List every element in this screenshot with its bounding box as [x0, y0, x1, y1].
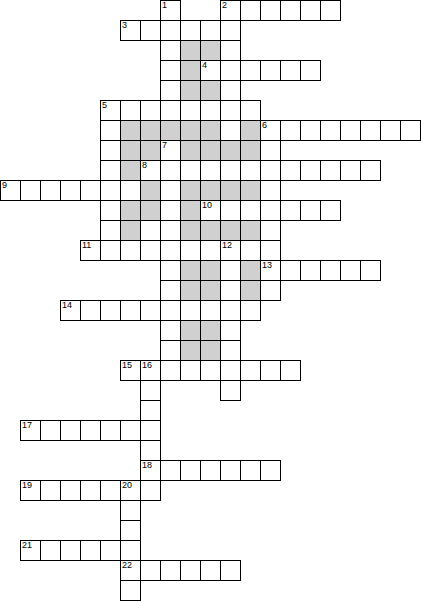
grid-cell-r6-c14[interactable]: [280, 120, 301, 141]
grid-cell-r9-c13[interactable]: [260, 180, 281, 201]
grid-cell-r23-c9[interactable]: [180, 460, 201, 481]
grid-cell-r8-c16[interactable]: [320, 160, 341, 181]
grid-cell-r6-c13[interactable]: 6: [260, 120, 281, 141]
clue-number-20: 20: [122, 481, 132, 490]
shaded-cell-r13-c9: [180, 260, 201, 281]
shaded-cell-r7-c12: [240, 140, 261, 161]
grid-cell-r3-c13[interactable]: [260, 60, 281, 81]
grid-cell-r19-c11[interactable]: [220, 380, 241, 401]
grid-cell-r15-c9[interactable]: [180, 300, 201, 321]
grid-cell-r28-c6[interactable]: 22: [120, 560, 141, 581]
grid-cell-r10-c16[interactable]: [320, 200, 341, 221]
clue-number-12: 12: [222, 241, 232, 250]
grid-cell-r18-c9[interactable]: [180, 360, 201, 381]
grid-cell-r12-c12[interactable]: [240, 240, 261, 261]
clue-number-10: 10: [202, 201, 212, 210]
grid-cell-r24-c5[interactable]: [100, 480, 121, 501]
grid-cell-r21-c1[interactable]: 17: [20, 420, 41, 441]
grid-cell-r4-c8[interactable]: [160, 80, 181, 101]
grid-cell-r8-c7[interactable]: 8: [140, 160, 161, 181]
clue-number-18: 18: [142, 461, 152, 470]
grid-cell-r5-c10[interactable]: [200, 100, 221, 121]
shaded-cell-r7-c7: [140, 140, 161, 161]
shaded-cell-r4-c10: [200, 80, 221, 101]
shaded-cell-r6-c9: [180, 120, 201, 141]
grid-cell-r6-c5[interactable]: [100, 120, 121, 141]
clue-number-5: 5: [102, 101, 107, 110]
grid-cell-r28-c9[interactable]: [180, 560, 201, 581]
grid-cell-r14-c11[interactable]: [220, 280, 241, 301]
grid-cell-r0-c14[interactable]: [280, 0, 301, 21]
grid-cell-r12-c9[interactable]: [180, 240, 201, 261]
grid-cell-r8-c9[interactable]: [180, 160, 201, 181]
grid-cell-r15-c5[interactable]: [100, 300, 121, 321]
grid-cell-r24-c2[interactable]: [40, 480, 61, 501]
grid-cell-r23-c12[interactable]: [240, 460, 261, 481]
grid-cell-r27-c4[interactable]: [80, 540, 101, 561]
grid-cell-r4-c11[interactable]: [220, 80, 241, 101]
shaded-cell-r9-c12: [240, 180, 261, 201]
grid-cell-r21-c5[interactable]: [100, 420, 121, 441]
grid-cell-r8-c10[interactable]: [200, 160, 221, 181]
grid-cell-r8-c8[interactable]: [160, 160, 181, 181]
clue-number-11: 11: [82, 241, 91, 250]
grid-cell-r8-c12[interactable]: [240, 160, 261, 181]
grid-cell-r9-c6[interactable]: [120, 180, 141, 201]
shaded-cell-r7-c6: [120, 140, 141, 161]
shaded-cell-r17-c10: [200, 340, 221, 361]
grid-cell-r5-c12[interactable]: [240, 100, 261, 121]
grid-cell-r12-c11[interactable]: 12: [220, 240, 241, 261]
clue-number-8: 8: [142, 161, 147, 170]
shaded-cell-r6-c7: [140, 120, 161, 141]
shaded-cell-r3-c9: [180, 60, 201, 81]
shaded-cell-r4-c9: [180, 80, 201, 101]
grid-cell-r10-c11[interactable]: [220, 200, 241, 221]
grid-cell-r27-c2[interactable]: [40, 540, 61, 561]
grid-cell-r10-c12[interactable]: [240, 200, 261, 221]
shaded-cell-r16-c9: [180, 320, 201, 341]
grid-cell-r3-c15[interactable]: [300, 60, 321, 81]
grid-cell-r18-c13[interactable]: [260, 360, 281, 381]
grid-cell-r3-c8[interactable]: [160, 60, 181, 81]
grid-cell-r16-c8[interactable]: [160, 320, 181, 341]
grid-cell-r12-c8[interactable]: [160, 240, 181, 261]
shaded-cell-r6-c8: [160, 120, 181, 141]
grid-cell-r10-c5[interactable]: [100, 200, 121, 221]
grid-cell-r28-c7[interactable]: [140, 560, 161, 581]
shaded-cell-r9-c10: [200, 180, 221, 201]
clue-number-22: 22: [122, 561, 132, 570]
grid-cell-r9-c1[interactable]: [20, 180, 41, 201]
grid-cell-r8-c17[interactable]: [340, 160, 361, 181]
grid-cell-r9-c8[interactable]: [160, 180, 181, 201]
grid-cell-r5-c7[interactable]: [140, 100, 161, 121]
grid-cell-r9-c4[interactable]: [80, 180, 101, 201]
grid-cell-r13-c8[interactable]: [160, 260, 181, 281]
shaded-cell-r6-c12: [240, 120, 261, 141]
grid-cell-r1-c6[interactable]: 3: [120, 20, 141, 41]
grid-cell-r2-c8[interactable]: [160, 40, 181, 61]
grid-cell-r15-c4[interactable]: [80, 300, 101, 321]
grid-cell-r28-c8[interactable]: [160, 560, 181, 581]
shaded-cell-r2-c10: [200, 40, 221, 61]
shaded-cell-r11-c9: [180, 220, 201, 241]
grid-cell-r15-c3[interactable]: 14: [60, 300, 81, 321]
shaded-cell-r9-c9: [180, 180, 201, 201]
shaded-cell-r8-c6: [120, 160, 141, 181]
grid-cell-r10-c13[interactable]: [260, 200, 281, 221]
grid-cell-r7-c5[interactable]: [100, 140, 121, 161]
grid-cell-r9-c3[interactable]: [60, 180, 81, 201]
grid-cell-r11-c13[interactable]: [260, 220, 281, 241]
grid-cell-r0-c8[interactable]: 1: [160, 0, 181, 21]
grid-cell-r17-c8[interactable]: [160, 340, 181, 361]
shaded-cell-r14-c9: [180, 280, 201, 301]
grid-cell-r8-c13[interactable]: [260, 160, 281, 181]
grid-cell-r8-c5[interactable]: [100, 160, 121, 181]
grid-cell-r23-c7[interactable]: 18: [140, 460, 161, 481]
grid-cell-r7-c8[interactable]: 7: [160, 140, 181, 161]
shaded-cell-r9-c11: [220, 180, 241, 201]
grid-cell-r23-c8[interactable]: [160, 460, 181, 481]
grid-cell-r6-c18[interactable]: [360, 120, 381, 141]
grid-cell-r21-c6[interactable]: [120, 420, 141, 441]
grid-cell-r15-c6[interactable]: [120, 300, 141, 321]
grid-cell-r25-c6[interactable]: [120, 500, 141, 521]
grid-cell-r21-c3[interactable]: [60, 420, 81, 441]
grid-cell-r17-c11[interactable]: [220, 340, 241, 361]
grid-cell-r23-c13[interactable]: [260, 460, 281, 481]
grid-cell-r6-c16[interactable]: [320, 120, 341, 141]
grid-cell-r1-c8[interactable]: [160, 20, 181, 41]
clue-number-17: 17: [22, 421, 32, 430]
grid-cell-r0-c11[interactable]: 2: [220, 0, 241, 21]
grid-cell-r10-c15[interactable]: [300, 200, 321, 221]
grid-cell-r0-c13[interactable]: [260, 0, 281, 21]
grid-cell-r8-c14[interactable]: [280, 160, 301, 181]
grid-cell-r23-c11[interactable]: [220, 460, 241, 481]
grid-cell-r14-c13[interactable]: [260, 280, 281, 301]
grid-cell-r3-c12[interactable]: [240, 60, 261, 81]
grid-cell-r12-c13[interactable]: [260, 240, 281, 261]
grid-cell-r1-c10[interactable]: [200, 20, 221, 41]
shaded-cell-r14-c12: [240, 280, 261, 301]
grid-cell-r24-c4[interactable]: [80, 480, 101, 501]
grid-cell-r14-c8[interactable]: [160, 280, 181, 301]
shaded-cell-r10-c7: [140, 200, 161, 221]
grid-cell-r8-c11[interactable]: [220, 160, 241, 181]
grid-cell-r9-c5[interactable]: [100, 180, 121, 201]
grid-cell-r13-c13[interactable]: 13: [260, 260, 281, 281]
grid-cell-r18-c7[interactable]: 16: [140, 360, 161, 381]
grid-cell-r12-c7[interactable]: [140, 240, 161, 261]
grid-cell-r29-c6[interactable]: [120, 580, 141, 601]
grid-cell-r2-c11[interactable]: [220, 40, 241, 61]
clue-number-4: 4: [202, 61, 207, 70]
grid-cell-r22-c7[interactable]: [140, 440, 161, 461]
grid-cell-r27-c5[interactable]: [100, 540, 121, 561]
grid-cell-r15-c7[interactable]: [140, 300, 161, 321]
grid-cell-r24-c3[interactable]: [60, 480, 81, 501]
grid-cell-r27-c3[interactable]: [60, 540, 81, 561]
grid-cell-r1-c9[interactable]: [180, 20, 201, 41]
grid-cell-r27-c6[interactable]: [120, 540, 141, 561]
grid-cell-r12-c5[interactable]: [100, 240, 121, 261]
grid-cell-r15-c11[interactable]: [220, 300, 241, 321]
grid-cell-r10-c8[interactable]: [160, 200, 181, 221]
grid-cell-r21-c4[interactable]: [80, 420, 101, 441]
grid-cell-r6-c17[interactable]: [340, 120, 361, 141]
clue-number-13: 13: [262, 261, 272, 270]
grid-cell-r13-c15[interactable]: [300, 260, 321, 281]
shaded-cell-r10-c9: [180, 200, 201, 221]
grid-cell-r15-c12[interactable]: [240, 300, 261, 321]
shaded-cell-r7-c10: [200, 140, 221, 161]
grid-cell-r11-c8[interactable]: [160, 220, 181, 241]
grid-cell-r8-c18[interactable]: [360, 160, 381, 181]
shaded-cell-r13-c10: [200, 260, 221, 281]
grid-cell-r26-c6[interactable]: [120, 520, 141, 541]
shaded-cell-r9-c7: [140, 180, 161, 201]
clue-number-3: 3: [122, 21, 127, 30]
grid-cell-r13-c14[interactable]: [280, 260, 301, 281]
grid-cell-r10-c10[interactable]: 10: [200, 200, 221, 221]
grid-cell-r27-c1[interactable]: 21: [20, 540, 41, 561]
grid-cell-r13-c11[interactable]: [220, 260, 241, 281]
clue-number-1: 1: [162, 1, 167, 10]
shaded-cell-r13-c12: [240, 260, 261, 281]
grid-cell-r9-c2[interactable]: [40, 180, 61, 201]
grid-cell-r18-c12[interactable]: [240, 360, 261, 381]
grid-cell-r13-c16[interactable]: [320, 260, 341, 281]
grid-cell-r19-c7[interactable]: [140, 380, 161, 401]
grid-cell-r16-c11[interactable]: [220, 320, 241, 341]
grid-cell-r8-c15[interactable]: [300, 160, 321, 181]
grid-cell-r0-c12[interactable]: [240, 0, 261, 21]
grid-cell-r20-c7[interactable]: [140, 400, 161, 421]
grid-cell-r18-c10[interactable]: [200, 360, 221, 381]
grid-cell-r5-c9[interactable]: [180, 100, 201, 121]
clue-number-19: 19: [22, 481, 32, 490]
grid-cell-r7-c13[interactable]: [260, 140, 281, 161]
shaded-cell-r2-c9: [180, 40, 201, 61]
shaded-cell-r16-c10: [200, 320, 221, 341]
grid-cell-r28-c11[interactable]: [220, 560, 241, 581]
grid-cell-r24-c1[interactable]: 19: [20, 480, 41, 501]
shaded-cell-r14-c10: [200, 280, 221, 301]
grid-cell-r5-c8[interactable]: [160, 100, 181, 121]
shaded-cell-r17-c9: [180, 340, 201, 361]
clue-number-15: 15: [122, 361, 132, 370]
crossword-grid: 12345678910111213141516171819202122: [0, 0, 421, 601]
shaded-cell-r6-c6: [120, 120, 141, 141]
shaded-cell-r11-c6: [120, 220, 141, 241]
clue-number-16: 16: [142, 361, 152, 370]
shaded-cell-r10-c6: [120, 200, 141, 221]
grid-cell-r28-c10[interactable]: [200, 560, 221, 581]
grid-cell-r18-c14[interactable]: [280, 360, 301, 381]
clue-number-14: 14: [62, 301, 72, 310]
grid-cell-r6-c19[interactable]: [380, 120, 401, 141]
shaded-cell-r7-c9: [180, 140, 201, 161]
grid-cell-r21-c7[interactable]: [140, 420, 161, 441]
grid-cell-r11-c7[interactable]: [140, 220, 161, 241]
grid-cell-r18-c8[interactable]: [160, 360, 181, 381]
clue-number-7: 7: [162, 141, 167, 150]
grid-cell-r10-c14[interactable]: [280, 200, 301, 221]
grid-cell-r12-c4[interactable]: 11: [80, 240, 101, 261]
grid-cell-r13-c18[interactable]: [360, 260, 381, 281]
grid-cell-r23-c10[interactable]: [200, 460, 221, 481]
shaded-cell-r11-c10: [200, 220, 221, 241]
grid-cell-r21-c2[interactable]: [40, 420, 61, 441]
grid-cell-r3-c14[interactable]: [280, 60, 301, 81]
shaded-cell-r7-c11: [220, 140, 241, 161]
grid-cell-r24-c6[interactable]: 20: [120, 480, 141, 501]
grid-cell-r13-c17[interactable]: [340, 260, 361, 281]
grid-cell-r18-c6[interactable]: 15: [120, 360, 141, 381]
grid-cell-r3-c10[interactable]: 4: [200, 60, 221, 81]
grid-cell-r5-c11[interactable]: [220, 100, 241, 121]
grid-cell-r18-c11[interactable]: [220, 360, 241, 381]
grid-cell-r6-c11[interactable]: [220, 120, 241, 141]
clue-number-2: 2: [222, 1, 227, 10]
grid-cell-r1-c7[interactable]: [140, 20, 161, 41]
grid-cell-r6-c20[interactable]: [400, 120, 421, 141]
clue-number-21: 21: [22, 541, 32, 550]
shaded-cell-r11-c12: [240, 220, 261, 241]
grid-cell-r11-c5[interactable]: [100, 220, 121, 241]
clue-number-6: 6: [262, 121, 267, 130]
grid-cell-r3-c11[interactable]: [220, 60, 241, 81]
grid-cell-r5-c5[interactable]: 5: [100, 100, 121, 121]
grid-cell-r5-c6[interactable]: [120, 100, 141, 121]
clue-number-9: 9: [2, 181, 7, 190]
grid-cell-r15-c8[interactable]: [160, 300, 181, 321]
grid-cell-r12-c10[interactable]: [200, 240, 221, 261]
shaded-cell-r11-c11: [220, 220, 241, 241]
grid-cell-r9-c0[interactable]: 9: [0, 180, 21, 201]
grid-cell-r24-c7[interactable]: [140, 480, 161, 501]
grid-cell-r0-c16[interactable]: [320, 0, 341, 21]
grid-cell-r0-c15[interactable]: [300, 0, 321, 21]
grid-cell-r6-c15[interactable]: [300, 120, 321, 141]
grid-cell-r15-c10[interactable]: [200, 300, 221, 321]
shaded-cell-r6-c10: [200, 120, 221, 141]
grid-cell-r1-c11[interactable]: [220, 20, 241, 41]
grid-cell-r12-c6[interactable]: [120, 240, 141, 261]
